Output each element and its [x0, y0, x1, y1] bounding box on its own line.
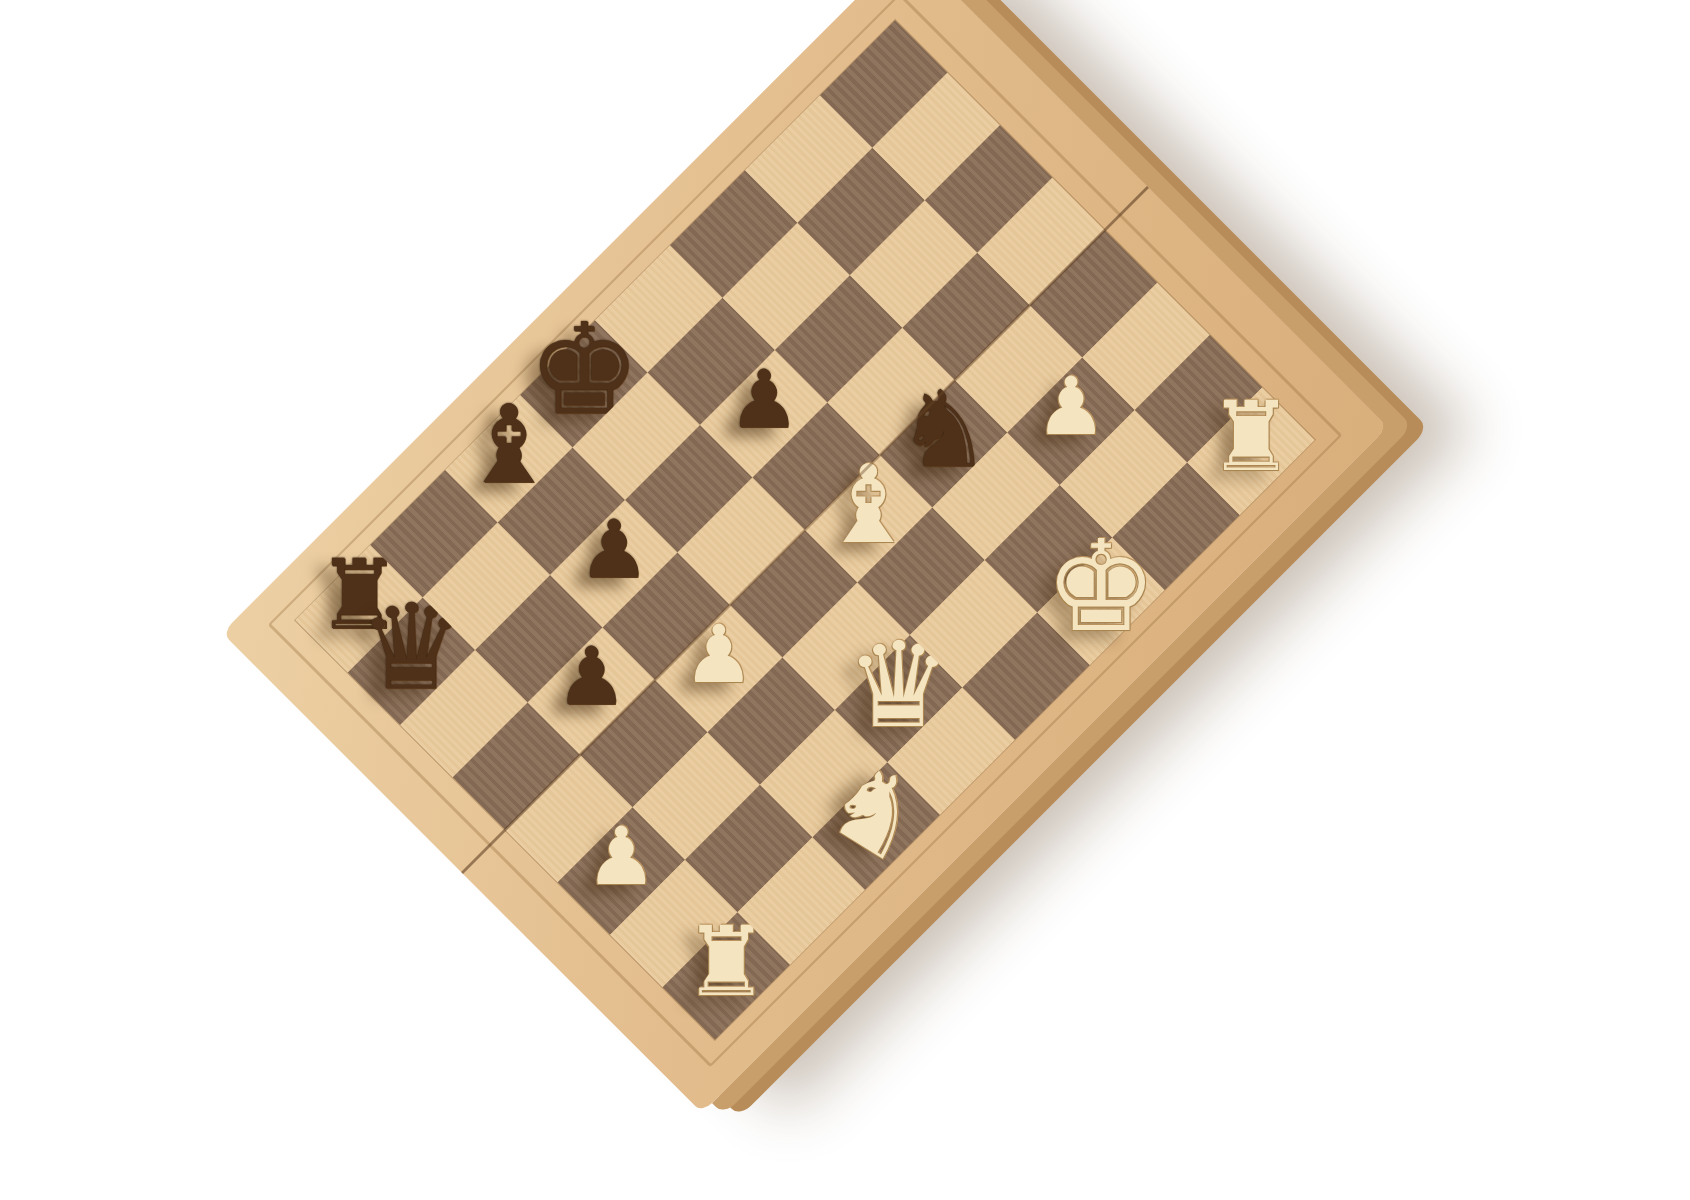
piece-black-pawn-c6[interactable]: ♟ [578, 510, 650, 590]
piece-white-pawn-c4[interactable]: ♟ [683, 615, 755, 695]
chess-board[interactable]: ♜♝♚♛♟♟♟♟♝♞♟♟♛♜♞♚♜ [295, 20, 1314, 1039]
wooden-board-frame: ♜♝♚♛♟♟♟♟♝♞♟♟♛♜♞♚♜ [222, 0, 1388, 1113]
product-photo-chess-set: { "game": "chess", "scene": "wooden fold… [0, 0, 1690, 1200]
piece-white-rook-h1[interactable]: ♜ [1208, 389, 1294, 485]
piece-white-pawn-g3[interactable]: ♟ [1035, 367, 1107, 447]
piece-black-pawn-b5[interactable]: ♟ [556, 637, 628, 717]
chess-board-scene: ♜♝♚♛♟♟♟♟♝♞♟♟♛♜♞♚♜ [115, 55, 1495, 1035]
piece-black-pawn-e6[interactable]: ♟ [728, 360, 800, 440]
piece-white-pawn-a3[interactable]: ♟ [586, 817, 658, 897]
board-tilt-wrapper: ♜♝♚♛♟♟♟♟♝♞♟♟♛♜♞♚♜ [222, 0, 1388, 1113]
